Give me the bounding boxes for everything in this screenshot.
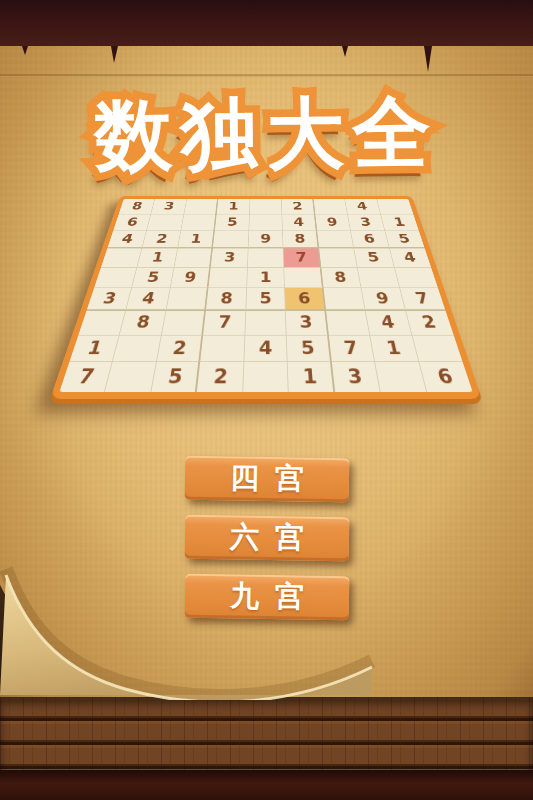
sudoku-cell-r9c6: 1	[288, 362, 335, 392]
sudoku-cell-r3c7	[317, 231, 354, 249]
sudoku-cell-r8c3: 2	[157, 335, 204, 362]
sudoku-cell-r3c2: 2	[143, 231, 182, 249]
paper-tear	[111, 46, 118, 63]
sudoku-cell-r6c3	[166, 288, 208, 311]
sudoku-cell-r7c3	[162, 311, 206, 336]
sudoku-cell-r1c2: 3	[151, 199, 187, 214]
sudoku-cell-r8c6: 5	[287, 335, 332, 362]
paper-tear	[424, 46, 432, 72]
sudoku-cell-r9c8	[375, 362, 426, 392]
sudoku-cell-r4c3	[174, 248, 213, 267]
app-title: 数独大全 数独大全	[0, 81, 533, 197]
sudoku-cell-r7c9: 2	[406, 311, 454, 336]
sudoku-cell-r4c6: 7	[284, 248, 321, 267]
bottom-wood-planks	[0, 697, 533, 770]
sudoku-cell-r6c8: 9	[362, 288, 406, 311]
sudoku-cell-r9c5	[243, 362, 289, 392]
sudoku-cell-r3c8: 6	[351, 231, 390, 249]
nine-grid-button[interactable]: 九宫	[184, 574, 349, 621]
sudoku-cell-r7c1	[78, 311, 126, 336]
sudoku-cell-r8c2	[113, 335, 162, 362]
sudoku-cell-r9c4: 2	[197, 362, 244, 392]
mode-menu: 四宫 六宫 九宫	[0, 457, 533, 619]
sudoku-cell-r3c3: 1	[178, 231, 215, 249]
four-grid-button[interactable]: 四宫	[184, 456, 349, 503]
sudoku-cell-r7c4: 7	[203, 311, 246, 336]
sudoku-cell-r8c4	[200, 335, 245, 362]
sudoku-cell-r9c7: 3	[332, 362, 381, 392]
sudoku-cell-r5c6	[284, 268, 323, 289]
sudoku-cell-r5c4	[209, 268, 248, 289]
sudoku-cell-r1c5	[250, 199, 283, 214]
sudoku-cell-r5c2: 5	[132, 268, 174, 289]
sudoku-cell-r9c1: 7	[59, 362, 113, 392]
sudoku-cell-r9c9: 6	[419, 362, 473, 392]
sudoku-cell-r4c7	[319, 248, 358, 267]
sudoku-cell-r1c1: 8	[119, 199, 156, 214]
sudoku-cell-r7c7	[326, 311, 370, 336]
sudoku-grid: 8312465493142198651375459183485697873421…	[50, 196, 482, 399]
sudoku-cell-r2c3	[181, 214, 217, 230]
bottom-dark-bar	[0, 770, 533, 800]
sudoku-cell-r1c8: 4	[345, 199, 381, 214]
sudoku-cell-r1c9	[377, 199, 414, 214]
app-title-text: 数独大全	[0, 81, 533, 197]
sudoku-cell-r8c7: 7	[329, 335, 376, 362]
sudoku-cell-r3c4	[213, 231, 249, 249]
paper-tear	[342, 46, 348, 57]
sudoku-cell-r2c5	[249, 214, 283, 230]
sudoku-cell-r5c8	[358, 268, 400, 289]
six-grid-button[interactable]: 六宫	[184, 515, 349, 562]
sudoku-cell-r4c1	[101, 248, 143, 267]
sudoku-cell-r8c9	[412, 335, 463, 362]
sudoku-cell-r2c6: 4	[282, 214, 317, 230]
sudoku-cell-r1c3	[184, 199, 218, 214]
sudoku-cell-r4c5	[248, 248, 285, 267]
sudoku-cell-r3c9: 5	[385, 231, 425, 249]
sudoku-cell-r7c5	[245, 311, 287, 336]
sudoku-cell-r2c9: 1	[381, 214, 419, 230]
sudoku-cell-r3c1: 4	[107, 231, 147, 249]
sudoku-cell-r7c2: 8	[120, 311, 166, 336]
sudoku-cell-r2c2	[147, 214, 184, 230]
sudoku-cell-r6c5: 5	[246, 288, 286, 311]
sudoku-cell-r3c5: 9	[248, 231, 283, 249]
top-wood-bar	[0, 0, 533, 46]
sudoku-cell-r6c4: 8	[206, 288, 247, 311]
sudoku-cell-r5c3: 9	[170, 268, 211, 289]
sudoku-cell-r7c6: 3	[286, 311, 329, 336]
sudoku-cell-r4c2: 1	[138, 248, 178, 267]
sudoku-cell-r6c1: 3	[86, 288, 132, 311]
sudoku-cell-r4c4: 3	[211, 248, 248, 267]
sudoku-cell-r1c6: 2	[282, 199, 315, 214]
sudoku-cell-r8c5: 4	[244, 335, 288, 362]
sudoku-cell-r4c8: 5	[354, 248, 394, 267]
paper-crease	[0, 74, 533, 77]
sudoku-cell-r6c2: 4	[126, 288, 170, 311]
sudoku-cell-r2c4: 5	[215, 214, 250, 230]
paper-tear	[22, 46, 28, 55]
sudoku-cell-r5c5: 1	[247, 268, 285, 289]
sudoku-cell-r9c2	[105, 362, 156, 392]
sudoku-cell-r1c4: 1	[217, 199, 250, 214]
sudoku-cell-r5c1	[94, 268, 138, 289]
sudoku-cell-r6c6: 6	[285, 288, 326, 311]
sudoku-cell-r2c1: 6	[113, 214, 151, 230]
sudoku-cell-r2c8: 3	[348, 214, 385, 230]
sudoku-cell-r7c8: 4	[366, 311, 412, 336]
sudoku-cell-r1c7	[313, 199, 347, 214]
sudoku-cell-r8c8: 1	[370, 335, 419, 362]
app-screen: 数独大全 数独大全 831246549314219865137545918348…	[0, 0, 533, 800]
sudoku-cell-r3c6: 8	[283, 231, 319, 249]
sudoku-cell-r8c1: 1	[69, 335, 120, 362]
sudoku-cell-r9c3: 5	[151, 362, 200, 392]
sudoku-cell-r5c7: 8	[321, 268, 362, 289]
sudoku-cell-r5c9	[394, 268, 438, 289]
sudoku-cell-r4c9: 4	[389, 248, 431, 267]
sudoku-cell-r6c9: 7	[400, 288, 446, 311]
sudoku-cell-r6c7	[323, 288, 365, 311]
sudoku-cell-r2c7: 9	[315, 214, 351, 230]
